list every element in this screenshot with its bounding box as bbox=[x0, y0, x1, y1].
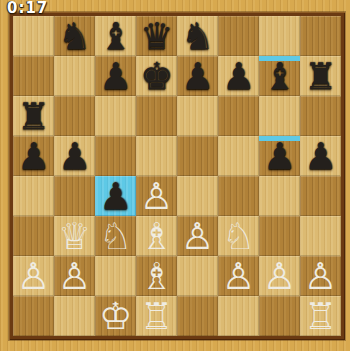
piece-white-pawn[interactable]: ♙ bbox=[259, 257, 300, 297]
square-d6[interactable] bbox=[136, 96, 177, 136]
piece-white-rook[interactable]: ♖ bbox=[300, 297, 341, 337]
square-b6[interactable] bbox=[54, 96, 95, 136]
square-f8[interactable] bbox=[218, 16, 259, 56]
square-h8[interactable] bbox=[300, 16, 341, 56]
piece-black-pawn[interactable]: ♟ bbox=[13, 137, 54, 177]
square-d2[interactable]: ♗ bbox=[136, 256, 177, 296]
piece-black-pawn[interactable]: ♟ bbox=[300, 137, 341, 177]
square-e3[interactable]: ♙ bbox=[177, 216, 218, 256]
square-c1[interactable]: ♔ bbox=[95, 296, 136, 336]
square-d7[interactable]: ♚ bbox=[136, 56, 177, 96]
square-h3[interactable] bbox=[300, 216, 341, 256]
square-g6[interactable] bbox=[259, 96, 300, 136]
clock-timer: 0:17 bbox=[7, 0, 48, 17]
piece-black-bishop[interactable]: ♝ bbox=[259, 57, 300, 97]
square-f2[interactable]: ♙ bbox=[218, 256, 259, 296]
piece-white-bishop[interactable]: ♗ bbox=[136, 257, 177, 297]
chess-app-window: 0:17 ♞♝♛♞♟♚♟♟♝♜♜♟♟♟♟♟♙♕♘♗♙♘♙♙♗♙♙♙♔♖♖ bbox=[0, 0, 350, 351]
square-e1[interactable] bbox=[177, 296, 218, 336]
square-g5[interactable]: ♟ bbox=[259, 136, 300, 176]
square-c3[interactable]: ♘ bbox=[95, 216, 136, 256]
square-h1[interactable]: ♖ bbox=[300, 296, 341, 336]
square-e7[interactable]: ♟ bbox=[177, 56, 218, 96]
piece-white-pawn[interactable]: ♙ bbox=[177, 217, 218, 257]
piece-white-king[interactable]: ♔ bbox=[95, 297, 136, 337]
square-f5[interactable] bbox=[218, 136, 259, 176]
square-b8[interactable]: ♞ bbox=[54, 16, 95, 56]
square-a6[interactable]: ♜ bbox=[13, 96, 54, 136]
piece-white-pawn[interactable]: ♙ bbox=[218, 257, 259, 297]
square-c7[interactable]: ♟ bbox=[95, 56, 136, 96]
board: ♞♝♛♞♟♚♟♟♝♜♜♟♟♟♟♟♙♕♘♗♙♘♙♙♗♙♙♙♔♖♖ bbox=[13, 16, 341, 336]
square-g4[interactable] bbox=[259, 176, 300, 216]
square-d4[interactable]: ♙ bbox=[136, 176, 177, 216]
piece-black-rook[interactable]: ♜ bbox=[300, 57, 341, 97]
square-h6[interactable] bbox=[300, 96, 341, 136]
piece-white-pawn[interactable]: ♙ bbox=[13, 257, 54, 297]
square-a3[interactable] bbox=[13, 216, 54, 256]
square-c8[interactable]: ♝ bbox=[95, 16, 136, 56]
square-g2[interactable]: ♙ bbox=[259, 256, 300, 296]
square-d1[interactable]: ♖ bbox=[136, 296, 177, 336]
square-c6[interactable] bbox=[95, 96, 136, 136]
square-b4[interactable] bbox=[54, 176, 95, 216]
piece-black-pawn[interactable]: ♟ bbox=[54, 137, 95, 177]
square-a4[interactable] bbox=[13, 176, 54, 216]
square-h7[interactable]: ♜ bbox=[300, 56, 341, 96]
square-d8[interactable]: ♛ bbox=[136, 16, 177, 56]
piece-black-pawn[interactable]: ♟ bbox=[218, 57, 259, 97]
square-b5[interactable]: ♟ bbox=[54, 136, 95, 176]
square-f3[interactable]: ♘ bbox=[218, 216, 259, 256]
square-a8[interactable] bbox=[13, 16, 54, 56]
square-d5[interactable] bbox=[136, 136, 177, 176]
piece-black-rook[interactable]: ♜ bbox=[13, 97, 54, 137]
square-f6[interactable] bbox=[218, 96, 259, 136]
square-e4[interactable] bbox=[177, 176, 218, 216]
piece-white-knight[interactable]: ♘ bbox=[95, 217, 136, 257]
square-a5[interactable]: ♟ bbox=[13, 136, 54, 176]
square-c5[interactable] bbox=[95, 136, 136, 176]
piece-white-rook[interactable]: ♖ bbox=[136, 297, 177, 337]
square-g7[interactable]: ♝ bbox=[259, 56, 300, 96]
square-f4[interactable] bbox=[218, 176, 259, 216]
piece-black-king[interactable]: ♚ bbox=[136, 57, 177, 97]
piece-white-pawn[interactable]: ♙ bbox=[300, 257, 341, 297]
piece-black-knight[interactable]: ♞ bbox=[177, 17, 218, 57]
piece-white-pawn[interactable]: ♙ bbox=[136, 177, 177, 217]
square-b1[interactable] bbox=[54, 296, 95, 336]
square-g8[interactable] bbox=[259, 16, 300, 56]
square-a2[interactable]: ♙ bbox=[13, 256, 54, 296]
piece-black-pawn[interactable]: ♟ bbox=[177, 57, 218, 97]
square-f1[interactable] bbox=[218, 296, 259, 336]
piece-black-pawn[interactable]: ♟ bbox=[95, 57, 136, 97]
square-b2[interactable]: ♙ bbox=[54, 256, 95, 296]
square-h5[interactable]: ♟ bbox=[300, 136, 341, 176]
square-h2[interactable]: ♙ bbox=[300, 256, 341, 296]
piece-white-queen[interactable]: ♕ bbox=[54, 217, 95, 257]
piece-black-knight[interactable]: ♞ bbox=[54, 17, 95, 57]
piece-black-queen[interactable]: ♛ bbox=[136, 17, 177, 57]
piece-black-bishop[interactable]: ♝ bbox=[95, 17, 136, 57]
piece-black-pawn[interactable]: ♟ bbox=[95, 177, 136, 217]
piece-white-knight[interactable]: ♘ bbox=[218, 217, 259, 257]
square-a7[interactable] bbox=[13, 56, 54, 96]
square-c2[interactable] bbox=[95, 256, 136, 296]
square-e6[interactable] bbox=[177, 96, 218, 136]
square-g3[interactable] bbox=[259, 216, 300, 256]
square-e2[interactable] bbox=[177, 256, 218, 296]
piece-white-pawn[interactable]: ♙ bbox=[54, 257, 95, 297]
square-d3[interactable]: ♗ bbox=[136, 216, 177, 256]
piece-black-pawn[interactable]: ♟ bbox=[259, 137, 300, 177]
square-c4[interactable]: ♟ bbox=[95, 176, 136, 216]
board-frame: ♞♝♛♞♟♚♟♟♝♜♜♟♟♟♟♟♙♕♘♗♙♘♙♙♗♙♙♙♔♖♖ bbox=[9, 12, 345, 340]
piece-white-bishop[interactable]: ♗ bbox=[136, 217, 177, 257]
square-e8[interactable]: ♞ bbox=[177, 16, 218, 56]
square-b7[interactable] bbox=[54, 56, 95, 96]
square-g1[interactable] bbox=[259, 296, 300, 336]
square-f7[interactable]: ♟ bbox=[218, 56, 259, 96]
square-e5[interactable] bbox=[177, 136, 218, 176]
square-b3[interactable]: ♕ bbox=[54, 216, 95, 256]
square-a1[interactable] bbox=[13, 296, 54, 336]
square-h4[interactable] bbox=[300, 176, 341, 216]
